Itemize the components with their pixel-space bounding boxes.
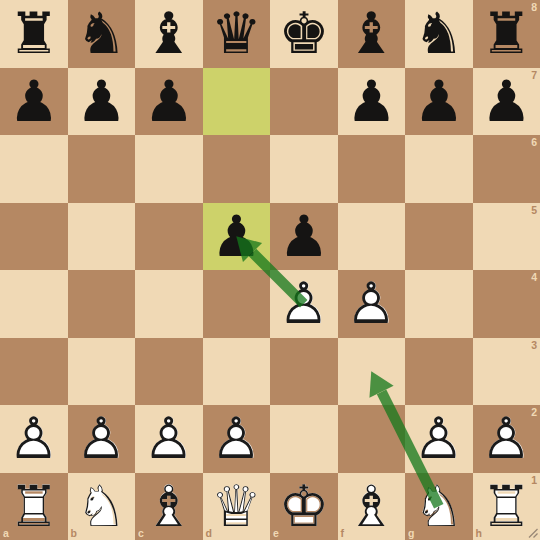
square-f1[interactable]: f♝♗ [338, 473, 406, 540]
square-a5[interactable] [0, 203, 68, 271]
white-rook[interactable]: ♜♖ [0, 473, 68, 540]
white-knight[interactable]: ♞♘ [405, 473, 473, 540]
square-c8[interactable]: ♝ [135, 0, 203, 68]
square-a3[interactable] [0, 338, 68, 406]
black-king[interactable]: ♚ [270, 0, 338, 68]
square-b6[interactable] [68, 135, 136, 203]
square-e6[interactable] [270, 135, 338, 203]
square-d2[interactable]: ♟♙ [203, 405, 271, 473]
square-f7[interactable]: ♟ [338, 68, 406, 136]
white-bishop[interactable]: ♝♗ [135, 473, 203, 540]
square-f5[interactable] [338, 203, 406, 271]
square-h5[interactable]: 5 [473, 203, 540, 271]
white-knight[interactable]: ♞♘ [68, 473, 136, 540]
black-knight[interactable]: ♞ [68, 0, 136, 68]
white-pawn[interactable]: ♟♙ [0, 405, 68, 473]
square-d8[interactable]: ♛ [203, 0, 271, 68]
black-pawn[interactable]: ♟ [405, 68, 473, 136]
square-g5[interactable] [405, 203, 473, 271]
black-knight[interactable]: ♞ [405, 0, 473, 68]
square-b8[interactable]: ♞ [68, 0, 136, 68]
square-a6[interactable] [0, 135, 68, 203]
white-pawn[interactable]: ♟♙ [405, 405, 473, 473]
square-c1[interactable]: c♝♗ [135, 473, 203, 540]
white-pawn[interactable]: ♟♙ [338, 270, 406, 338]
square-f2[interactable] [338, 405, 406, 473]
chess-board: ♜♞♝♛♚♝♞8♜♟♟♟♟♟7♟6♟♟5♟♙♟♙43♟♙♟♙♟♙♟♙♟♙2♟♙a… [0, 0, 540, 540]
white-pawn[interactable]: ♟♙ [203, 405, 271, 473]
square-f4[interactable]: ♟♙ [338, 270, 406, 338]
rank-coordinate-4: 4 [531, 272, 537, 283]
chess-board-container: ♜♞♝♛♚♝♞8♜♟♟♟♟♟7♟6♟♟5♟♙♟♙43♟♙♟♙♟♙♟♙♟♙2♟♙a… [0, 0, 540, 540]
white-pawn[interactable]: ♟♙ [135, 405, 203, 473]
square-e8[interactable]: ♚ [270, 0, 338, 68]
square-f8[interactable]: ♝ [338, 0, 406, 68]
square-b7[interactable]: ♟ [68, 68, 136, 136]
square-g6[interactable] [405, 135, 473, 203]
black-bishop[interactable]: ♝ [135, 0, 203, 68]
square-b3[interactable] [68, 338, 136, 406]
resize-handle-icon[interactable] [526, 526, 540, 540]
black-pawn[interactable]: ♟ [270, 203, 338, 271]
square-c6[interactable] [135, 135, 203, 203]
square-d7[interactable] [203, 68, 271, 136]
square-a4[interactable] [0, 270, 68, 338]
square-g8[interactable]: ♞ [405, 0, 473, 68]
rank-coordinate-6: 6 [531, 137, 537, 148]
black-pawn[interactable]: ♟ [338, 68, 406, 136]
square-g2[interactable]: ♟♙ [405, 405, 473, 473]
black-queen[interactable]: ♛ [203, 0, 271, 68]
rank-coordinate-3: 3 [531, 340, 537, 351]
square-e3[interactable] [270, 338, 338, 406]
square-a2[interactable]: ♟♙ [0, 405, 68, 473]
rank-coordinate-5: 5 [531, 205, 537, 216]
square-h6[interactable]: 6 [473, 135, 540, 203]
square-a7[interactable]: ♟ [0, 68, 68, 136]
white-pawn[interactable]: ♟♙ [68, 405, 136, 473]
black-bishop[interactable]: ♝ [338, 0, 406, 68]
square-c5[interactable] [135, 203, 203, 271]
black-pawn[interactable]: ♟ [68, 68, 136, 136]
square-e4[interactable]: ♟♙ [270, 270, 338, 338]
square-b2[interactable]: ♟♙ [68, 405, 136, 473]
square-e1[interactable]: e♚♔ [270, 473, 338, 540]
square-c2[interactable]: ♟♙ [135, 405, 203, 473]
square-h3[interactable]: 3 [473, 338, 540, 406]
black-rook[interactable]: ♜ [473, 0, 540, 68]
white-pawn[interactable]: ♟♙ [473, 405, 540, 473]
square-h4[interactable]: 4 [473, 270, 540, 338]
square-c4[interactable] [135, 270, 203, 338]
square-d4[interactable] [203, 270, 271, 338]
white-king[interactable]: ♚♔ [270, 473, 338, 540]
square-g7[interactable]: ♟ [405, 68, 473, 136]
white-bishop[interactable]: ♝♗ [338, 473, 406, 540]
black-pawn[interactable]: ♟ [135, 68, 203, 136]
square-d3[interactable] [203, 338, 271, 406]
square-d5[interactable]: ♟ [203, 203, 271, 271]
square-g4[interactable] [405, 270, 473, 338]
square-g1[interactable]: g♞♘ [405, 473, 473, 540]
square-b5[interactable] [68, 203, 136, 271]
square-f6[interactable] [338, 135, 406, 203]
black-rook[interactable]: ♜ [0, 0, 68, 68]
square-g3[interactable] [405, 338, 473, 406]
square-d6[interactable] [203, 135, 271, 203]
square-h7[interactable]: 7♟ [473, 68, 540, 136]
square-h8[interactable]: 8♜ [473, 0, 540, 68]
square-h2[interactable]: 2♟♙ [473, 405, 540, 473]
square-b4[interactable] [68, 270, 136, 338]
square-c7[interactable]: ♟ [135, 68, 203, 136]
square-f3[interactable] [338, 338, 406, 406]
square-e5[interactable]: ♟ [270, 203, 338, 271]
black-pawn[interactable]: ♟ [0, 68, 68, 136]
black-pawn[interactable]: ♟ [203, 203, 271, 271]
black-pawn[interactable]: ♟ [473, 68, 540, 136]
square-b1[interactable]: b♞♘ [68, 473, 136, 540]
square-e2[interactable] [270, 405, 338, 473]
square-d1[interactable]: d♛♕ [203, 473, 271, 540]
square-a1[interactable]: a♜♖ [0, 473, 68, 540]
square-a8[interactable]: ♜ [0, 0, 68, 68]
square-c3[interactable] [135, 338, 203, 406]
square-e7[interactable] [270, 68, 338, 136]
white-queen[interactable]: ♛♕ [203, 473, 271, 540]
white-pawn[interactable]: ♟♙ [270, 270, 338, 338]
